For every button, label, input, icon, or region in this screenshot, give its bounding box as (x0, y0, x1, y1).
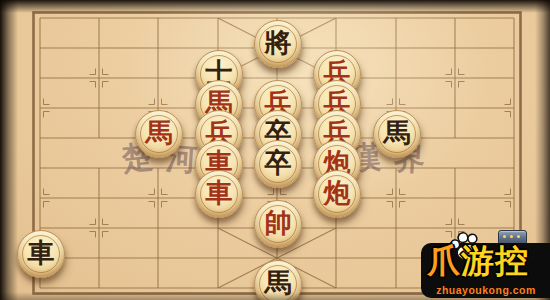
piece-character: 馬 (265, 270, 292, 297)
watermark-logo: 爪游控 zhuayoukong.com (421, 243, 550, 298)
piece-black-general[interactable]: 將 (254, 20, 302, 68)
piece-character: 炮 (324, 180, 351, 207)
watermark-url-text: zhuayoukong.com (421, 284, 550, 296)
piece-red-general[interactable]: 帥 (254, 200, 302, 248)
piece-black-horse[interactable]: 馬 (254, 260, 302, 300)
xiangqi-game-screen: 楚 河 漢 界 將士兵馬兵兵馬兵卒兵馬車卒炮車炮帥車馬 爪游控 zhuayouk… (0, 0, 550, 300)
piece-character: 車 (206, 180, 233, 207)
piece-character: 馬 (384, 120, 411, 147)
piece-character: 馬 (146, 120, 173, 147)
piece-black-horse[interactable]: 馬 (373, 110, 421, 158)
piece-character: 車 (28, 240, 55, 267)
piece-black-chariot[interactable]: 車 (17, 230, 65, 278)
piece-red-cannon[interactable]: 炮 (313, 170, 361, 218)
piece-character: 卒 (265, 150, 292, 177)
piece-character: 將 (265, 30, 292, 57)
watermark-brand-text: 爪游控 (427, 244, 529, 279)
piece-character: 帥 (265, 210, 292, 237)
piece-red-horse[interactable]: 馬 (135, 110, 183, 158)
piece-black-pawn[interactable]: 卒 (254, 140, 302, 188)
piece-red-chariot[interactable]: 車 (195, 170, 243, 218)
